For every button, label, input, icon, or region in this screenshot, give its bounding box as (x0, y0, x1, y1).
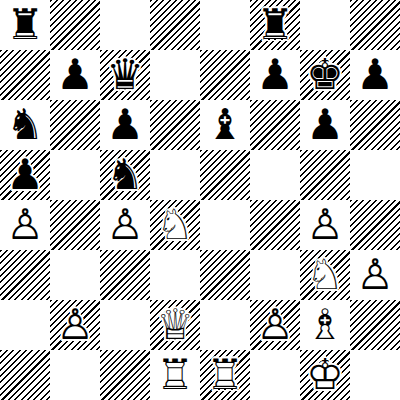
piece-outline: ♖ (200, 350, 250, 400)
piece-outline: ♟ (300, 100, 350, 150)
piece-outline: ♙ (300, 200, 350, 250)
square-d3[interactable] (150, 250, 200, 300)
square-e7[interactable] (200, 50, 250, 100)
square-d6[interactable] (150, 100, 200, 150)
square-h7[interactable]: ♟♟ (350, 50, 400, 100)
square-f4[interactable] (250, 200, 300, 250)
chess-board: ♜♜♜♜♟♟♛♛♟♟♚♚♟♟♞♞♟♟♝♝♟♟♟♟♞♞♟♙♟♙♞♘♟♙♞♘♟♙♟♙… (0, 0, 400, 400)
piece-white-rook[interactable]: ♜♖ (150, 350, 200, 400)
square-a4[interactable]: ♟♙ (0, 200, 50, 250)
piece-black-rook[interactable]: ♜♜ (250, 0, 300, 50)
piece-black-king[interactable]: ♚♚ (300, 50, 350, 100)
square-g6[interactable]: ♟♟ (300, 100, 350, 150)
square-e3[interactable] (200, 250, 250, 300)
square-c1[interactable] (100, 350, 150, 400)
piece-outline: ♛ (100, 50, 150, 100)
piece-black-knight[interactable]: ♞♞ (100, 150, 150, 200)
square-d4[interactable]: ♞♘ (150, 200, 200, 250)
piece-outline: ♗ (300, 300, 350, 350)
piece-outline: ♝ (200, 100, 250, 150)
square-d7[interactable] (150, 50, 200, 100)
piece-white-pawn[interactable]: ♟♙ (0, 200, 50, 250)
piece-outline: ♟ (0, 150, 50, 200)
square-f8[interactable]: ♜♜ (250, 0, 300, 50)
piece-outline: ♟ (250, 50, 300, 100)
square-b5[interactable] (50, 150, 100, 200)
piece-black-pawn[interactable]: ♟♟ (100, 100, 150, 150)
square-h4[interactable] (350, 200, 400, 250)
square-c2[interactable] (100, 300, 150, 350)
square-e2[interactable] (200, 300, 250, 350)
square-d5[interactable] (150, 150, 200, 200)
piece-white-bishop[interactable]: ♝♗ (300, 300, 350, 350)
piece-white-pawn[interactable]: ♟♙ (300, 200, 350, 250)
square-c7[interactable]: ♛♛ (100, 50, 150, 100)
square-h6[interactable] (350, 100, 400, 150)
square-e1[interactable]: ♜♖ (200, 350, 250, 400)
piece-outline: ♔ (300, 350, 350, 400)
piece-outline: ♙ (100, 200, 150, 250)
square-d8[interactable] (150, 0, 200, 50)
piece-black-pawn[interactable]: ♟♟ (350, 50, 400, 100)
piece-outline: ♘ (150, 200, 200, 250)
square-b3[interactable] (50, 250, 100, 300)
piece-black-pawn[interactable]: ♟♟ (50, 50, 100, 100)
piece-white-queen[interactable]: ♛♕ (150, 300, 200, 350)
square-f5[interactable] (250, 150, 300, 200)
square-c4[interactable]: ♟♙ (100, 200, 150, 250)
piece-outline: ♖ (150, 350, 200, 400)
square-f7[interactable]: ♟♟ (250, 50, 300, 100)
piece-black-rook[interactable]: ♜♜ (0, 0, 50, 50)
square-g8[interactable] (300, 0, 350, 50)
square-a3[interactable] (0, 250, 50, 300)
piece-outline: ♟ (350, 50, 400, 100)
square-b6[interactable] (50, 100, 100, 150)
square-h8[interactable] (350, 0, 400, 50)
piece-black-pawn[interactable]: ♟♟ (250, 50, 300, 100)
square-b2[interactable]: ♟♙ (50, 300, 100, 350)
square-g7[interactable]: ♚♚ (300, 50, 350, 100)
square-b8[interactable] (50, 0, 100, 50)
piece-outline: ♞ (0, 100, 50, 150)
square-a7[interactable] (0, 50, 50, 100)
square-c6[interactable]: ♟♟ (100, 100, 150, 150)
square-d2[interactable]: ♛♕ (150, 300, 200, 350)
square-b1[interactable] (50, 350, 100, 400)
piece-black-bishop[interactable]: ♝♝ (200, 100, 250, 150)
square-g1[interactable]: ♚♔ (300, 350, 350, 400)
piece-white-rook[interactable]: ♜♖ (200, 350, 250, 400)
square-c5[interactable]: ♞♞ (100, 150, 150, 200)
square-g2[interactable]: ♝♗ (300, 300, 350, 350)
square-f1[interactable] (250, 350, 300, 400)
square-h2[interactable] (350, 300, 400, 350)
piece-black-pawn[interactable]: ♟♟ (300, 100, 350, 150)
piece-white-knight[interactable]: ♞♘ (150, 200, 200, 250)
piece-white-knight[interactable]: ♞♘ (300, 250, 350, 300)
square-b4[interactable] (50, 200, 100, 250)
square-a5[interactable]: ♟♟ (0, 150, 50, 200)
piece-white-pawn[interactable]: ♟♙ (50, 300, 100, 350)
square-f2[interactable]: ♟♙ (250, 300, 300, 350)
piece-outline: ♚ (300, 50, 350, 100)
square-f6[interactable] (250, 100, 300, 150)
square-a1[interactable] (0, 350, 50, 400)
square-h5[interactable] (350, 150, 400, 200)
piece-outline: ♜ (0, 0, 50, 50)
piece-outline: ♙ (0, 200, 50, 250)
square-d1[interactable]: ♜♖ (150, 350, 200, 400)
piece-outline: ♟ (100, 100, 150, 150)
square-g4[interactable]: ♟♙ (300, 200, 350, 250)
square-e4[interactable] (200, 200, 250, 250)
piece-outline: ♜ (250, 0, 300, 50)
square-g5[interactable] (300, 150, 350, 200)
square-h1[interactable] (350, 350, 400, 400)
piece-outline: ♟ (50, 50, 100, 100)
piece-outline: ♕ (150, 300, 200, 350)
square-h3[interactable]: ♟♙ (350, 250, 400, 300)
piece-outline: ♙ (250, 300, 300, 350)
square-e6[interactable]: ♝♝ (200, 100, 250, 150)
square-c3[interactable] (100, 250, 150, 300)
piece-outline: ♙ (350, 250, 400, 300)
piece-white-pawn[interactable]: ♟♙ (250, 300, 300, 350)
square-a8[interactable]: ♜♜ (0, 0, 50, 50)
square-g3[interactable]: ♞♘ (300, 250, 350, 300)
square-b7[interactable]: ♟♟ (50, 50, 100, 100)
square-c8[interactable] (100, 0, 150, 50)
square-e5[interactable] (200, 150, 250, 200)
square-a6[interactable]: ♞♞ (0, 100, 50, 150)
piece-outline: ♙ (50, 300, 100, 350)
square-f3[interactable] (250, 250, 300, 300)
piece-outline: ♞ (100, 150, 150, 200)
piece-white-pawn[interactable]: ♟♙ (350, 250, 400, 300)
piece-black-knight[interactable]: ♞♞ (0, 100, 50, 150)
piece-black-queen[interactable]: ♛♛ (100, 50, 150, 100)
piece-black-pawn[interactable]: ♟♟ (0, 150, 50, 200)
piece-white-king[interactable]: ♚♔ (300, 350, 350, 400)
square-a2[interactable] (0, 300, 50, 350)
piece-outline: ♘ (300, 250, 350, 300)
square-e8[interactable] (200, 0, 250, 50)
piece-white-pawn[interactable]: ♟♙ (100, 200, 150, 250)
